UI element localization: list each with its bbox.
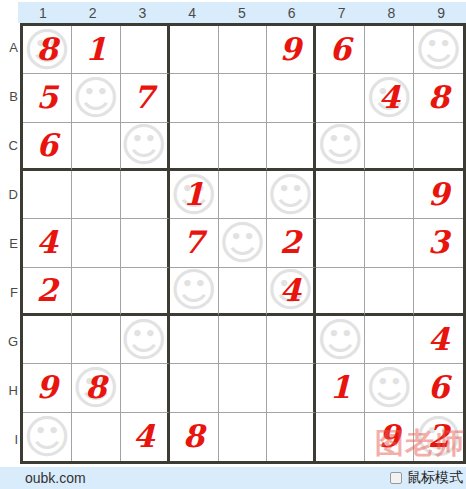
cell-C6[interactable]: [267, 123, 316, 171]
cell-E9[interactable]: 3: [414, 219, 463, 267]
digit-C1: 6: [23, 123, 71, 168]
digit-I9: 2: [414, 413, 463, 461]
digit-E4: 7: [170, 219, 218, 266]
digit-H2: 8: [72, 364, 120, 411]
column-header: 123456789: [18, 2, 466, 23]
smiley-icon: ☺: [170, 268, 218, 313]
cell-H7[interactable]: 1: [316, 364, 365, 412]
cell-G7[interactable]: ☺: [316, 316, 365, 364]
cell-G3[interactable]: ☺: [121, 316, 170, 364]
footer-bar: oubk.com 鼠标模式: [0, 467, 466, 489]
digit-H7: 1: [316, 364, 364, 411]
column-label-6: 6: [288, 5, 296, 21]
cell-H9[interactable]: 6: [414, 364, 463, 412]
cell-C8[interactable]: [365, 123, 414, 171]
cell-F2[interactable]: [72, 268, 121, 316]
digit-D9: 9: [414, 171, 463, 218]
cell-C7[interactable]: ☺: [316, 123, 365, 171]
column-label-7: 7: [338, 5, 346, 21]
cell-I5[interactable]: [219, 413, 268, 461]
column-label-9: 9: [437, 5, 445, 21]
sudoku-app: 123456789 ABCDEFGHI ☺8196☺5☺7☺486☺☺☺1☺94…: [0, 0, 466, 489]
cell-B7[interactable]: [316, 74, 365, 122]
cell-B3[interactable]: 7: [121, 74, 170, 122]
digit-H9: 6: [414, 364, 463, 411]
cell-I2[interactable]: [72, 413, 121, 461]
column-label-4: 4: [188, 5, 196, 21]
cell-A7[interactable]: 6: [316, 26, 365, 74]
digit-E6: 2: [267, 219, 313, 266]
mouse-mode-checkbox[interactable]: [390, 472, 402, 484]
cell-D7[interactable]: [316, 171, 365, 219]
cell-E1[interactable]: 4: [23, 219, 72, 267]
digit-B1: 5: [23, 74, 71, 121]
column-label-3: 3: [139, 5, 147, 21]
row-label-E: E: [9, 236, 18, 251]
digit-A6: 9: [267, 26, 313, 73]
cell-A9[interactable]: ☺: [414, 26, 463, 74]
cell-E8[interactable]: [365, 219, 414, 267]
cell-B4[interactable]: [170, 74, 219, 122]
cell-G2[interactable]: [72, 316, 121, 364]
digit-B9: 8: [414, 74, 463, 121]
row-label-D: D: [9, 187, 18, 202]
smiley-icon: ☺: [414, 26, 463, 73]
cell-H8[interactable]: ☺: [365, 364, 414, 412]
digit-E9: 3: [414, 219, 463, 266]
cell-A8[interactable]: [365, 26, 414, 74]
cell-A2[interactable]: 1: [72, 26, 121, 74]
cell-A4[interactable]: [170, 26, 219, 74]
cell-G4[interactable]: [170, 316, 219, 364]
mouse-mode-label[interactable]: 鼠标模式: [407, 469, 463, 487]
cell-I9[interactable]: ☺2: [414, 413, 463, 461]
cell-F9[interactable]: [414, 268, 463, 316]
cell-I6[interactable]: [267, 413, 316, 461]
cell-F7[interactable]: [316, 268, 365, 316]
digit-B3: 7: [121, 74, 167, 121]
cell-H5[interactable]: [219, 364, 268, 412]
cell-H6[interactable]: [267, 364, 316, 412]
row-label-C: C: [9, 138, 18, 153]
digit-A1: 8: [23, 26, 71, 73]
cell-A1[interactable]: ☺8: [23, 26, 72, 74]
smiley-icon: ☺: [267, 171, 313, 218]
cell-I3[interactable]: 4: [121, 413, 170, 461]
digit-D4: 1: [170, 171, 218, 218]
cell-A5[interactable]: [219, 26, 268, 74]
cell-E6[interactable]: 2: [267, 219, 316, 267]
cell-F5[interactable]: [219, 268, 268, 316]
row-label-A: A: [9, 40, 18, 55]
row-labels: ABCDEFGHI: [0, 23, 20, 464]
cell-D8[interactable]: [365, 171, 414, 219]
column-label-8: 8: [387, 5, 395, 21]
cell-I7[interactable]: [316, 413, 365, 461]
board-area: ABCDEFGHI ☺8196☺5☺7☺486☺☺☺1☺947☺232☺☺4☺☺…: [0, 23, 466, 464]
cell-I1[interactable]: ☺: [23, 413, 72, 461]
cell-F3[interactable]: [121, 268, 170, 316]
cell-A6[interactable]: 9: [267, 26, 316, 74]
cell-G9[interactable]: 4: [414, 316, 463, 364]
cell-F1[interactable]: 2: [23, 268, 72, 316]
row-label-H: H: [9, 383, 18, 398]
cell-H2[interactable]: ☺8: [72, 364, 121, 412]
cell-D1[interactable]: [23, 171, 72, 219]
site-link[interactable]: oubk.com: [25, 470, 86, 486]
cell-E7[interactable]: [316, 219, 365, 267]
cell-D9[interactable]: 9: [414, 171, 463, 219]
cell-H3[interactable]: [121, 364, 170, 412]
cell-C9[interactable]: [414, 123, 463, 171]
cell-D5[interactable]: [219, 171, 268, 219]
column-label-5: 5: [238, 5, 246, 21]
column-label-2: 2: [89, 5, 97, 21]
cell-A3[interactable]: [121, 26, 170, 74]
digit-G9: 4: [414, 316, 463, 363]
cell-B5[interactable]: [219, 74, 268, 122]
digit-E1: 4: [23, 219, 71, 266]
cell-C2[interactable]: [72, 123, 121, 171]
digit-F6: 4: [267, 268, 313, 313]
smiley-icon: ☺: [121, 123, 167, 168]
cell-C5[interactable]: [219, 123, 268, 171]
smiley-icon: ☺: [316, 123, 364, 168]
cell-I8[interactable]: 9: [365, 413, 414, 461]
cell-G5[interactable]: [219, 316, 268, 364]
cell-C3[interactable]: ☺: [121, 123, 170, 171]
row-label-I: I: [14, 432, 18, 447]
cell-D6[interactable]: ☺: [267, 171, 316, 219]
cell-D3[interactable]: [121, 171, 170, 219]
row-label-F: F: [10, 285, 18, 300]
digit-A7: 6: [316, 26, 364, 73]
cell-E5[interactable]: ☺: [219, 219, 268, 267]
row-label-G: G: [8, 334, 18, 349]
smiley-icon: ☺: [23, 413, 71, 461]
cell-B2[interactable]: ☺: [72, 74, 121, 122]
sudoku-board: ☺8196☺5☺7☺486☺☺☺1☺947☺232☺☺4☺☺49☺81☺6☺48…: [20, 23, 466, 464]
cell-F8[interactable]: [365, 268, 414, 316]
column-label-1: 1: [39, 5, 47, 21]
digit-B8: 4: [365, 74, 413, 121]
cell-D4[interactable]: ☺1: [170, 171, 219, 219]
smiley-icon: ☺: [316, 316, 364, 363]
smiley-icon: ☺: [121, 316, 167, 363]
cell-G1[interactable]: [23, 316, 72, 364]
cell-F4[interactable]: ☺: [170, 268, 219, 316]
cell-H4[interactable]: [170, 364, 219, 412]
digit-H1: 9: [23, 364, 71, 411]
digit-I8: 9: [365, 413, 413, 461]
cell-B9[interactable]: 8: [414, 74, 463, 122]
cell-D2[interactable]: [72, 171, 121, 219]
smiley-icon: ☺: [72, 74, 120, 121]
cell-C1[interactable]: 6: [23, 123, 72, 171]
cell-H1[interactable]: 9: [23, 364, 72, 412]
cell-G6[interactable]: [267, 316, 316, 364]
cell-E4[interactable]: 7: [170, 219, 219, 267]
row-label-B: B: [9, 89, 18, 104]
smiley-icon: ☺: [219, 219, 267, 266]
cell-I4[interactable]: 8: [170, 413, 219, 461]
cell-B8[interactable]: ☺4: [365, 74, 414, 122]
cell-B1[interactable]: 5: [23, 74, 72, 122]
cell-B6[interactable]: [267, 74, 316, 122]
cell-C4[interactable]: [170, 123, 219, 171]
digit-F1: 2: [23, 268, 71, 313]
cell-E2[interactable]: [72, 219, 121, 267]
smiley-icon: ☺: [365, 364, 413, 411]
digit-I3: 4: [121, 413, 167, 461]
digit-A2: 1: [72, 26, 120, 73]
cell-E3[interactable]: [121, 219, 170, 267]
digit-I4: 8: [170, 413, 218, 461]
cell-F6[interactable]: ☺4: [267, 268, 316, 316]
cell-G8[interactable]: [365, 316, 414, 364]
